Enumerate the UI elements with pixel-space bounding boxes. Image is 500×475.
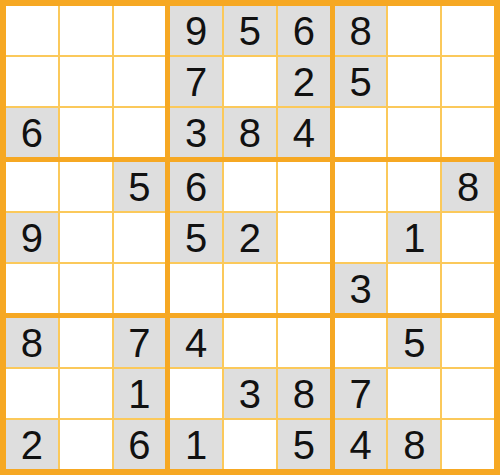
box-2-1: 59	[6, 162, 165, 313]
cell-r2c9[interactable]	[442, 57, 494, 106]
cell-r9c3: 6	[114, 420, 166, 469]
cell-r7c4: 4	[170, 318, 222, 367]
cell-r1c7: 8	[335, 6, 387, 55]
cell-r5c6[interactable]	[278, 213, 330, 262]
cell-r8c1[interactable]	[6, 369, 58, 418]
cell-r5c4: 5	[170, 213, 222, 262]
cell-r2c8[interactable]	[388, 57, 440, 106]
cell-r6c5[interactable]	[224, 264, 276, 313]
cell-r4c7[interactable]	[335, 162, 387, 211]
cell-r5c3[interactable]	[114, 213, 166, 262]
cell-r6c8[interactable]	[388, 264, 440, 313]
cell-r8c8[interactable]	[388, 369, 440, 418]
cell-r6c6[interactable]	[278, 264, 330, 313]
cell-r3c1: 6	[6, 108, 58, 157]
cell-r1c3[interactable]	[114, 6, 166, 55]
cell-r8c3: 1	[114, 369, 166, 418]
cell-r8c6: 8	[278, 369, 330, 418]
cell-r6c1[interactable]	[6, 264, 58, 313]
cell-r1c5: 5	[224, 6, 276, 55]
cell-r7c3: 7	[114, 318, 166, 367]
cell-r7c8: 5	[388, 318, 440, 367]
box-1-3: 85	[335, 6, 494, 157]
cell-r2c1[interactable]	[6, 57, 58, 106]
cell-r1c1[interactable]	[6, 6, 58, 55]
cell-r5c1: 9	[6, 213, 58, 262]
cell-r4c8[interactable]	[388, 162, 440, 211]
cell-r3c4: 3	[170, 108, 222, 157]
cell-r6c7: 3	[335, 264, 387, 313]
cell-r9c2[interactable]	[60, 420, 112, 469]
cell-r2c2[interactable]	[60, 57, 112, 106]
cell-r3c9[interactable]	[442, 108, 494, 157]
cell-r4c1[interactable]	[6, 162, 58, 211]
box-1-2: 95672384	[170, 6, 329, 157]
cell-r9c1: 2	[6, 420, 58, 469]
cell-r9c7: 4	[335, 420, 387, 469]
cell-r6c2[interactable]	[60, 264, 112, 313]
cell-r4c5[interactable]	[224, 162, 276, 211]
cell-r9c5[interactable]	[224, 420, 276, 469]
cell-r1c9[interactable]	[442, 6, 494, 55]
cell-r6c3[interactable]	[114, 264, 166, 313]
cell-r7c1: 8	[6, 318, 58, 367]
cell-r3c8[interactable]	[388, 108, 440, 157]
cell-r7c5[interactable]	[224, 318, 276, 367]
cell-r9c8: 8	[388, 420, 440, 469]
cell-r9c6: 5	[278, 420, 330, 469]
cell-r9c9[interactable]	[442, 420, 494, 469]
cell-r8c4[interactable]	[170, 369, 222, 418]
box-1-1: 6	[6, 6, 165, 157]
cell-r2c6: 2	[278, 57, 330, 106]
cell-r3c3[interactable]	[114, 108, 166, 157]
cell-r1c8[interactable]	[388, 6, 440, 55]
cell-r3c7[interactable]	[335, 108, 387, 157]
sudoku-board: 695672384855965281387126438155748	[0, 0, 500, 475]
cell-r4c3: 5	[114, 162, 166, 211]
cell-r6c9[interactable]	[442, 264, 494, 313]
cell-r8c5: 3	[224, 369, 276, 418]
cell-r5c2[interactable]	[60, 213, 112, 262]
cell-r4c2[interactable]	[60, 162, 112, 211]
box-3-1: 87126	[6, 318, 165, 469]
cell-r5c8: 1	[388, 213, 440, 262]
cell-r2c3[interactable]	[114, 57, 166, 106]
cell-r9c4: 1	[170, 420, 222, 469]
cell-r8c2[interactable]	[60, 369, 112, 418]
cell-r3c6: 4	[278, 108, 330, 157]
cell-r8c9[interactable]	[442, 369, 494, 418]
cell-r1c6: 6	[278, 6, 330, 55]
box-3-2: 43815	[170, 318, 329, 469]
cell-r7c9[interactable]	[442, 318, 494, 367]
cell-r6c4[interactable]	[170, 264, 222, 313]
cell-r3c2[interactable]	[60, 108, 112, 157]
cell-r2c5[interactable]	[224, 57, 276, 106]
cell-r4c9: 8	[442, 162, 494, 211]
cell-r5c7[interactable]	[335, 213, 387, 262]
cell-r7c6[interactable]	[278, 318, 330, 367]
cell-r3c5: 8	[224, 108, 276, 157]
cell-r7c2[interactable]	[60, 318, 112, 367]
cell-r4c4: 6	[170, 162, 222, 211]
cell-r2c7: 5	[335, 57, 387, 106]
box-2-3: 813	[335, 162, 494, 313]
box-2-2: 652	[170, 162, 329, 313]
cell-r1c4: 9	[170, 6, 222, 55]
cell-r4c6[interactable]	[278, 162, 330, 211]
cell-r1c2[interactable]	[60, 6, 112, 55]
box-3-3: 5748	[335, 318, 494, 469]
cell-r8c7: 7	[335, 369, 387, 418]
cell-r2c4: 7	[170, 57, 222, 106]
cell-r5c5: 2	[224, 213, 276, 262]
cell-r5c9[interactable]	[442, 213, 494, 262]
cell-r7c7[interactable]	[335, 318, 387, 367]
